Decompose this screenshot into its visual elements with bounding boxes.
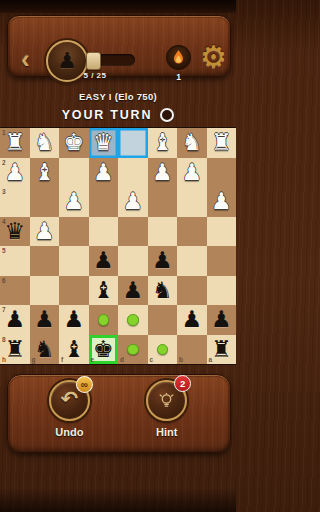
square-h7[interactable]: 7♟ [0, 305, 30, 335]
rank-label-8: 8 [2, 336, 6, 343]
square-f8[interactable]: f♝ [59, 335, 89, 365]
turn-text: YOUR TURN [62, 108, 153, 122]
file-label-g: g [32, 356, 36, 363]
square-b5[interactable] [177, 246, 207, 276]
square-h4[interactable]: 4♛ [0, 217, 30, 247]
white-knight-b1: ♞ [181, 131, 202, 154]
white-pawn-a3: ♟ [211, 190, 232, 213]
square-e1[interactable]: ♛ [89, 128, 119, 158]
hint-action: 2 Hint [132, 380, 202, 438]
file-label-a: a [209, 356, 213, 363]
lightbulb-icon [158, 393, 175, 409]
square-c1[interactable]: ♝ [148, 128, 178, 158]
white-bishop-g2: ♝ [34, 161, 55, 184]
square-c7[interactable] [148, 305, 178, 335]
square-e3[interactable] [89, 187, 119, 217]
square-a4[interactable] [207, 217, 237, 247]
square-f3[interactable]: ♟ [59, 187, 89, 217]
square-b1[interactable]: ♞ [177, 128, 207, 158]
settings-gear-icon[interactable]: ⚙ [200, 42, 227, 72]
square-c6[interactable]: ♞ [148, 276, 178, 306]
square-g8[interactable]: g♞ [30, 335, 60, 365]
square-d5[interactable] [118, 246, 148, 276]
streak-count: 1 [166, 72, 191, 82]
square-h5[interactable]: 5 [0, 246, 30, 276]
black-bishop-f8: ♝ [63, 338, 84, 361]
legal-move-dot-d8[interactable] [127, 344, 139, 356]
square-c2[interactable]: ♟ [148, 158, 178, 188]
file-label-b: b [179, 356, 183, 363]
black-knight-g8: ♞ [34, 338, 55, 361]
square-b2[interactable]: ♟ [177, 158, 207, 188]
white-pawn-f3: ♟ [63, 190, 84, 213]
white-pawn-e2: ♟ [93, 161, 114, 184]
black-pawn-icon: ♟ [57, 50, 77, 72]
legal-move-dot-e7[interactable] [98, 314, 110, 326]
square-f2[interactable] [59, 158, 89, 188]
square-a8[interactable]: a♜ [207, 335, 237, 365]
square-c4[interactable] [148, 217, 178, 247]
white-knight-g1: ♞ [34, 131, 55, 154]
square-g7[interactable]: ♟ [30, 305, 60, 335]
black-pawn-a7: ♟ [211, 308, 232, 331]
undo-arrow-icon: ↶ [61, 389, 79, 410]
square-h2[interactable]: 2♟ [0, 158, 30, 188]
square-b7[interactable]: ♟ [177, 305, 207, 335]
rank-label-7: 7 [2, 306, 6, 313]
black-pawn-h7: ♟ [4, 308, 25, 331]
square-a7[interactable]: ♟ [207, 305, 237, 335]
square-g6[interactable] [30, 276, 60, 306]
undo-button[interactable]: ↶ ∞ [49, 380, 90, 421]
square-d8[interactable]: d [118, 335, 148, 365]
square-d2[interactable] [118, 158, 148, 188]
back-button[interactable]: ‹ [21, 46, 30, 72]
square-a6[interactable] [207, 276, 237, 306]
file-label-c: c [150, 356, 154, 363]
hint-button[interactable]: 2 [146, 380, 187, 421]
undo-badge: ∞ [76, 376, 93, 393]
black-bishop-e6: ♝ [93, 279, 114, 302]
flame-icon [172, 50, 185, 66]
white-queen-e1: ♛ [93, 131, 114, 154]
turn-indicator: YOUR TURN [0, 108, 236, 122]
black-pawn-c5: ♟ [152, 249, 173, 272]
square-a1[interactable]: ♜ [207, 128, 237, 158]
chess-board: 1♜♞♚♛♝♞♜2♟♝♟♟♟3♟♟♟4♛♟5♟♟6♝♟♞7♟♟♟♟♟8h♜g♞f… [0, 128, 236, 364]
square-h3[interactable]: 3 [0, 187, 30, 217]
black-rook-h8: ♜ [4, 338, 25, 361]
black-pawn-f7: ♟ [63, 308, 84, 331]
square-f6[interactable] [59, 276, 89, 306]
square-e5[interactable]: ♟ [89, 246, 119, 276]
white-king-f1: ♚ [63, 131, 84, 154]
difficulty-label: EASY I (Elo 750) [0, 91, 236, 102]
white-bishop-c1: ♝ [152, 131, 173, 154]
square-c8[interactable]: c [148, 335, 178, 365]
square-a3[interactable]: ♟ [207, 187, 237, 217]
file-label-f: f [61, 356, 63, 363]
hint-badge: 2 [174, 375, 191, 392]
bottom-vignette [0, 488, 236, 512]
square-b4[interactable] [177, 217, 207, 247]
white-pawn-g4: ♟ [34, 220, 55, 243]
white-pawn-h2: ♟ [4, 161, 25, 184]
top-bar-panel: ‹ ♟ 5 / 25 1 ⚙ [7, 15, 231, 77]
white-pawn-d3: ♟ [122, 190, 143, 213]
square-g5[interactable] [30, 246, 60, 276]
square-g4[interactable]: ♟ [30, 217, 60, 247]
square-b8[interactable]: b [177, 335, 207, 365]
white-rook-h1: ♜ [4, 131, 25, 154]
top-bezel [0, 0, 236, 13]
square-d3[interactable]: ♟ [118, 187, 148, 217]
black-pawn-e5: ♟ [93, 249, 114, 272]
square-a5[interactable] [207, 246, 237, 276]
square-d1[interactable] [118, 128, 148, 158]
white-rook-a1: ♜ [211, 131, 232, 154]
footer-actions: ↶ ∞ Undo 2 Hint [7, 380, 229, 438]
black-pawn-b7: ♟ [181, 308, 202, 331]
square-d4[interactable] [118, 217, 148, 247]
square-e6[interactable]: ♝ [89, 276, 119, 306]
square-g2[interactable]: ♝ [30, 158, 60, 188]
square-a2[interactable] [207, 158, 237, 188]
square-h1[interactable]: 1♜ [0, 128, 30, 158]
rank-label-2: 2 [2, 159, 6, 166]
square-e4[interactable] [89, 217, 119, 247]
square-f4[interactable] [59, 217, 89, 247]
black-pawn-d6: ♟ [122, 279, 143, 302]
square-b3[interactable] [177, 187, 207, 217]
black-rook-a8: ♜ [211, 338, 232, 361]
black-knight-c6: ♞ [152, 279, 173, 302]
hint-label: Hint [156, 426, 177, 438]
rank-label-6: 6 [2, 277, 6, 284]
square-f7[interactable]: ♟ [59, 305, 89, 335]
white-pawn-c2: ♟ [152, 161, 173, 184]
file-label-h: h [2, 356, 6, 363]
square-d6[interactable]: ♟ [118, 276, 148, 306]
square-f5[interactable] [59, 246, 89, 276]
file-label-d: d [120, 356, 124, 363]
rank-label-3: 3 [2, 188, 6, 195]
square-h6[interactable]: 6 [0, 276, 30, 306]
white-pawn-b2: ♟ [181, 161, 202, 184]
square-e8[interactable]: e♚ [89, 335, 119, 365]
turn-indicator-circle [160, 108, 174, 122]
square-c3[interactable] [148, 187, 178, 217]
rank-label-4: 4 [2, 218, 6, 225]
square-e7[interactable] [89, 305, 119, 335]
streak-button[interactable] [166, 45, 191, 70]
square-g1[interactable]: ♞ [30, 128, 60, 158]
square-d7[interactable] [118, 305, 148, 335]
square-c5[interactable]: ♟ [148, 246, 178, 276]
square-e2[interactable]: ♟ [89, 158, 119, 188]
square-b6[interactable] [177, 276, 207, 306]
level-progress-label: 5 / 25 [65, 71, 125, 80]
legal-move-dot-c8[interactable] [157, 344, 169, 356]
square-g3[interactable] [30, 187, 60, 217]
undo-label: Undo [55, 426, 83, 438]
undo-action: ↶ ∞ Undo [34, 380, 104, 438]
file-label-e: e [91, 356, 95, 363]
black-queen-h4: ♛ [4, 220, 25, 243]
square-h8[interactable]: 8h♜ [0, 335, 30, 365]
square-f1[interactable]: ♚ [59, 128, 89, 158]
legal-move-dot-d7[interactable] [127, 314, 139, 326]
rank-label-5: 5 [2, 247, 6, 254]
level-progress-knob [86, 52, 101, 70]
rank-label-1: 1 [2, 129, 6, 136]
black-pawn-g7: ♟ [34, 308, 55, 331]
black-king-e8: ♚ [93, 338, 114, 361]
